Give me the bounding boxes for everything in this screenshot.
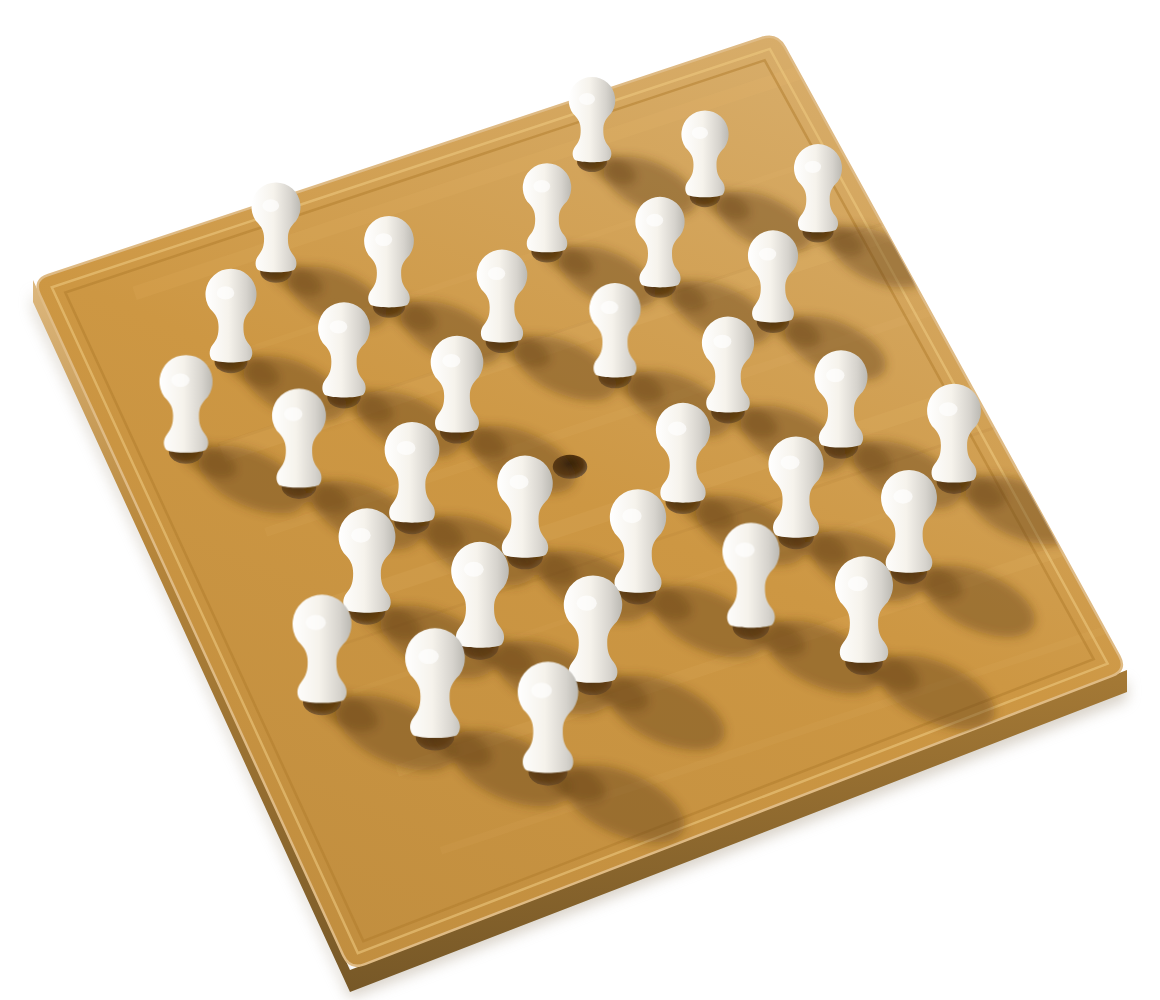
scene: Angled photo of a square honey-coloured …: [0, 0, 1160, 1000]
peg-highlight: [646, 214, 663, 227]
peg-highlight: [305, 615, 325, 630]
peg-highlight: [805, 161, 822, 173]
peg-highlight: [622, 509, 641, 524]
peg-highlight: [262, 199, 279, 212]
peg-highlight: [848, 576, 868, 591]
peg-highlight: [488, 267, 505, 280]
peg-highlight: [735, 542, 755, 557]
peg-highlight: [692, 127, 708, 139]
board: [38, 37, 1122, 966]
peg-highlight: [464, 562, 484, 577]
peg-highlight: [577, 596, 597, 611]
peg-highlight: [375, 233, 392, 246]
board-photo: [0, 0, 1160, 1000]
peg-highlight: [531, 683, 552, 699]
peg-highlight: [351, 528, 371, 543]
peg-highlight: [397, 441, 416, 455]
peg-highlight: [171, 373, 189, 387]
peg-highlight: [826, 368, 844, 382]
peg-highlight: [713, 335, 731, 349]
peg-highlight: [509, 475, 528, 489]
peg-highlight: [533, 180, 550, 193]
peg-highlight: [668, 422, 687, 436]
peg-highlight: [329, 320, 347, 333]
peg-highlight: [893, 489, 912, 503]
peg-highlight: [284, 407, 303, 421]
peg-highlight: [217, 286, 235, 299]
peg-highlight: [781, 455, 800, 469]
peg-highlight: [601, 301, 619, 314]
peg-highlight: [939, 402, 958, 416]
peg-highlight: [418, 649, 439, 664]
peg-highlight: [442, 354, 460, 368]
peg-highlight: [579, 93, 595, 105]
peg-highlight: [759, 248, 776, 261]
